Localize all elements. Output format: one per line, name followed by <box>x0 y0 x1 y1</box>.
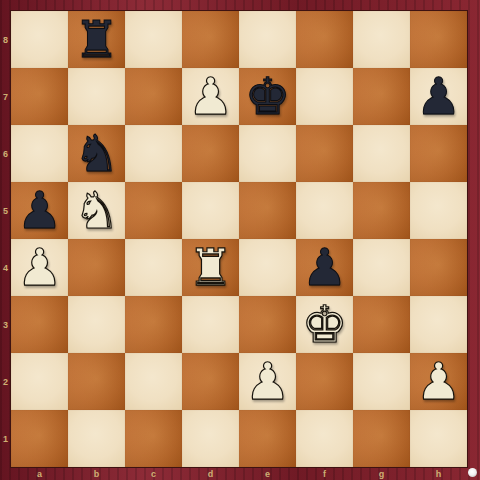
square-d3[interactable] <box>182 296 239 353</box>
square-a2[interactable] <box>11 353 68 410</box>
square-g1[interactable] <box>353 410 410 467</box>
rank-label-6: 6 <box>0 125 11 182</box>
square-h3[interactable] <box>410 296 467 353</box>
square-f1[interactable] <box>296 410 353 467</box>
square-d8[interactable] <box>182 11 239 68</box>
square-e4[interactable] <box>239 239 296 296</box>
square-a4[interactable]: ♟ <box>11 239 68 296</box>
square-e5[interactable] <box>239 182 296 239</box>
square-a7[interactable] <box>11 68 68 125</box>
rank-label-2: 2 <box>0 353 11 410</box>
square-c3[interactable] <box>125 296 182 353</box>
piece-black-rook-b8[interactable]: ♜ <box>68 11 125 68</box>
square-d2[interactable] <box>182 353 239 410</box>
rank-label-1: 1 <box>0 410 11 467</box>
square-a3[interactable] <box>11 296 68 353</box>
piece-black-pawn-h7[interactable]: ♟ <box>410 68 467 125</box>
piece-white-pawn-d7[interactable]: ♟ <box>182 68 239 125</box>
square-e7[interactable]: ♚ <box>239 68 296 125</box>
square-b5[interactable]: ♞ <box>68 182 125 239</box>
square-h1[interactable] <box>410 410 467 467</box>
square-c2[interactable] <box>125 353 182 410</box>
square-g3[interactable] <box>353 296 410 353</box>
square-e3[interactable] <box>239 296 296 353</box>
square-f7[interactable] <box>296 68 353 125</box>
square-h7[interactable]: ♟ <box>410 68 467 125</box>
square-f8[interactable] <box>296 11 353 68</box>
square-g8[interactable] <box>353 11 410 68</box>
square-b4[interactable] <box>68 239 125 296</box>
chess-board: ♜♟♚♟♞♟♞♟♜♟♚♟♟ <box>11 11 467 467</box>
rank-label-4: 4 <box>0 239 11 296</box>
rank-label-5: 5 <box>0 182 11 239</box>
piece-white-pawn-a4[interactable]: ♟ <box>11 239 68 296</box>
square-e2[interactable]: ♟ <box>239 353 296 410</box>
square-h6[interactable] <box>410 125 467 182</box>
square-d4[interactable]: ♜ <box>182 239 239 296</box>
square-a1[interactable] <box>11 410 68 467</box>
square-h2[interactable]: ♟ <box>410 353 467 410</box>
square-c8[interactable] <box>125 11 182 68</box>
square-c6[interactable] <box>125 125 182 182</box>
square-b2[interactable] <box>68 353 125 410</box>
file-label-a: a <box>11 467 68 480</box>
square-h4[interactable] <box>410 239 467 296</box>
square-b3[interactable] <box>68 296 125 353</box>
square-a6[interactable] <box>11 125 68 182</box>
square-h8[interactable] <box>410 11 467 68</box>
piece-white-pawn-h2[interactable]: ♟ <box>410 353 467 410</box>
square-h5[interactable] <box>410 182 467 239</box>
square-c4[interactable] <box>125 239 182 296</box>
square-e8[interactable] <box>239 11 296 68</box>
square-f2[interactable] <box>296 353 353 410</box>
square-f5[interactable] <box>296 182 353 239</box>
file-label-h: h <box>410 467 467 480</box>
file-label-e: e <box>239 467 296 480</box>
square-b8[interactable]: ♜ <box>68 11 125 68</box>
square-b7[interactable] <box>68 68 125 125</box>
square-g6[interactable] <box>353 125 410 182</box>
square-e1[interactable] <box>239 410 296 467</box>
square-g7[interactable] <box>353 68 410 125</box>
side-to-move-indicator <box>468 468 477 477</box>
rank-label-3: 3 <box>0 296 11 353</box>
square-d5[interactable] <box>182 182 239 239</box>
piece-black-king-e7[interactable]: ♚ <box>239 68 296 125</box>
square-f4[interactable]: ♟ <box>296 239 353 296</box>
piece-black-pawn-f4[interactable]: ♟ <box>296 239 353 296</box>
chess-board-frame: ♜♟♚♟♞♟♞♟♜♟♚♟♟ 87654321abcdefgh <box>0 0 480 480</box>
square-a8[interactable] <box>11 11 68 68</box>
square-c7[interactable] <box>125 68 182 125</box>
square-d1[interactable] <box>182 410 239 467</box>
piece-white-pawn-e2[interactable]: ♟ <box>239 353 296 410</box>
rank-label-7: 7 <box>0 68 11 125</box>
square-b1[interactable] <box>68 410 125 467</box>
square-c5[interactable] <box>125 182 182 239</box>
square-e6[interactable] <box>239 125 296 182</box>
piece-black-pawn-a5[interactable]: ♟ <box>11 182 68 239</box>
square-g5[interactable] <box>353 182 410 239</box>
square-f3[interactable]: ♚ <box>296 296 353 353</box>
square-g2[interactable] <box>353 353 410 410</box>
square-f6[interactable] <box>296 125 353 182</box>
file-label-g: g <box>353 467 410 480</box>
square-d7[interactable]: ♟ <box>182 68 239 125</box>
square-c1[interactable] <box>125 410 182 467</box>
piece-white-rook-d4[interactable]: ♜ <box>182 239 239 296</box>
file-label-f: f <box>296 467 353 480</box>
file-label-c: c <box>125 467 182 480</box>
piece-white-king-f3[interactable]: ♚ <box>296 296 353 353</box>
piece-white-knight-b5[interactable]: ♞ <box>68 182 125 239</box>
file-label-b: b <box>68 467 125 480</box>
square-b6[interactable]: ♞ <box>68 125 125 182</box>
square-a5[interactable]: ♟ <box>11 182 68 239</box>
square-g4[interactable] <box>353 239 410 296</box>
rank-label-8: 8 <box>0 11 11 68</box>
file-label-d: d <box>182 467 239 480</box>
piece-black-knight-b6[interactable]: ♞ <box>68 125 125 182</box>
square-d6[interactable] <box>182 125 239 182</box>
